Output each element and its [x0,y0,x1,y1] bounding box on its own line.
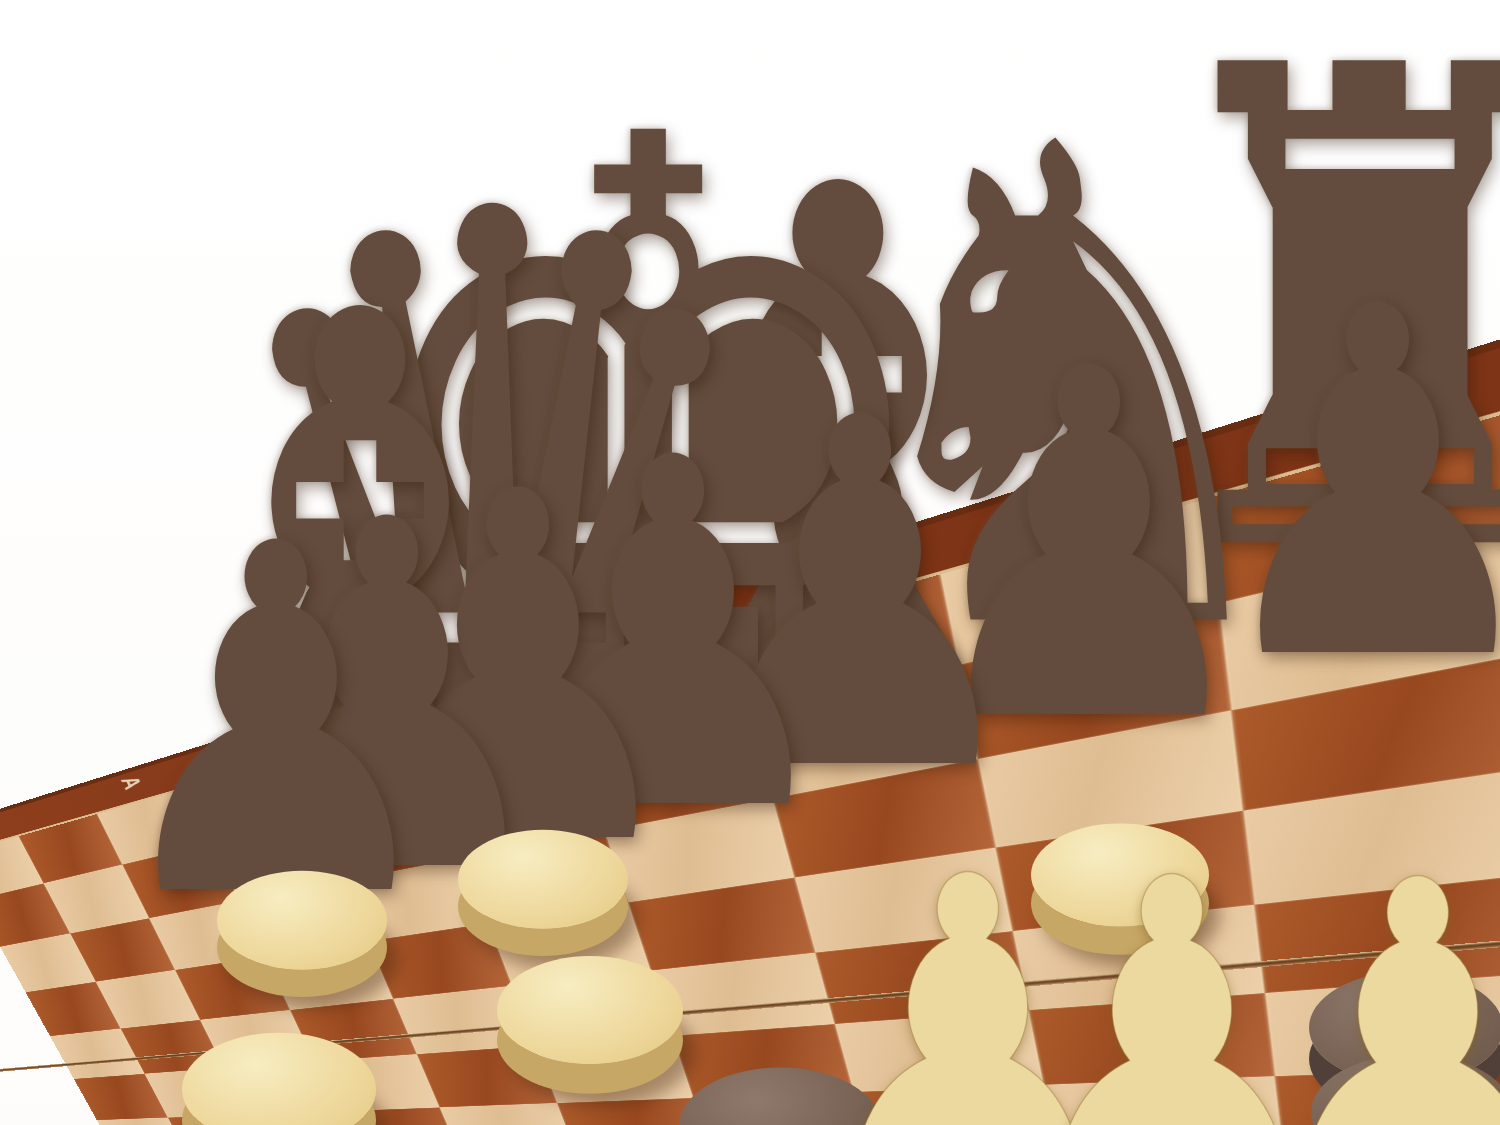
cream-checker[interactable] [182,1033,376,1125]
cream-checker[interactable] [217,871,387,970]
cream-checker[interactable] [458,830,628,929]
cream-pawn[interactable]: ♟ [1245,822,1500,1125]
product-photo-scene: ABCDEFGH ♝♛♚♝♞♜♟♟♟♟♟♟♟♟♟♟ [0,0,1500,1125]
pieces-layer: ♝♛♚♝♞♜♟♟♟♟♟♟♟♟♟♟ [0,0,1500,1125]
cream-checker[interactable] [497,956,683,1064]
